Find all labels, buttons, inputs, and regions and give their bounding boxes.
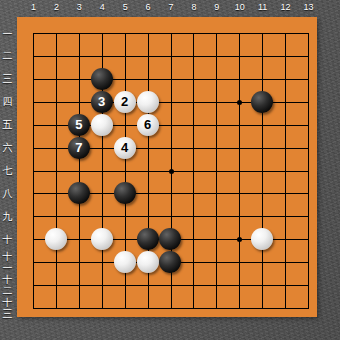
board-point-8-10[interactable] <box>182 228 205 251</box>
board-point-1-3[interactable] <box>22 67 45 90</box>
white-stone[interactable] <box>251 228 273 250</box>
board-point-7-4[interactable] <box>159 90 182 113</box>
row-label: 四 <box>0 96 15 107</box>
board-point-11-1[interactable] <box>251 22 274 45</box>
board-point-7-3[interactable] <box>159 67 182 90</box>
board-point-10-9[interactable] <box>228 205 251 228</box>
board-point-11-2[interactable] <box>251 44 274 67</box>
board-point-10-2[interactable] <box>228 44 251 67</box>
board-point-6-8[interactable] <box>136 182 159 205</box>
move-number: 2 <box>114 91 136 113</box>
white-stone[interactable]: 2 <box>114 91 136 113</box>
board-point-7-13[interactable] <box>159 297 182 320</box>
board-point-1-8[interactable] <box>22 182 45 205</box>
board-point-2-8[interactable] <box>44 182 67 205</box>
board-point-11-9[interactable] <box>251 205 274 228</box>
white-stone[interactable] <box>91 228 113 250</box>
board-point-12-9[interactable] <box>274 205 297 228</box>
board-point-13-6[interactable] <box>297 136 320 159</box>
board-point-2-7[interactable] <box>44 159 67 182</box>
column-label: 10 <box>231 2 249 13</box>
board-point-9-2[interactable] <box>205 44 228 67</box>
board-point-9-1[interactable] <box>205 22 228 45</box>
board-point-9-3[interactable] <box>205 67 228 90</box>
board-point-11-6[interactable] <box>251 136 274 159</box>
black-stone[interactable] <box>91 68 113 90</box>
board-point-13-2[interactable] <box>297 44 320 67</box>
board-point-8-13[interactable] <box>182 297 205 320</box>
row-label: 十一 <box>0 251 15 273</box>
board-point-11-12[interactable] <box>251 274 274 297</box>
board-point-6-10[interactable] <box>136 228 159 251</box>
board-point-13-1[interactable] <box>297 22 320 45</box>
board-point-2-1[interactable] <box>44 22 67 45</box>
board-point-9-6[interactable] <box>205 136 228 159</box>
black-stone[interactable] <box>159 251 181 273</box>
board-point-9-8[interactable] <box>205 182 228 205</box>
board-point-5-5[interactable] <box>113 113 136 136</box>
board-grid: 325674 <box>22 22 320 320</box>
board-point-12-11[interactable] <box>274 251 297 274</box>
board-point-3-1[interactable] <box>67 22 90 45</box>
board-point-13-8[interactable] <box>297 182 320 205</box>
column-label: 13 <box>300 2 318 13</box>
board-point-12-13[interactable] <box>274 297 297 320</box>
board-point-4-4[interactable]: 3 <box>90 90 113 113</box>
board-point-1-1[interactable] <box>22 22 45 45</box>
move-number: 6 <box>137 114 159 136</box>
board-point-6-9[interactable] <box>136 205 159 228</box>
column-label: 12 <box>277 2 295 13</box>
column-label: 4 <box>93 2 111 13</box>
board-point-1-7[interactable] <box>22 159 45 182</box>
board-point-1-9[interactable] <box>22 205 45 228</box>
board-point-6-1[interactable] <box>136 22 159 45</box>
board-point-5-7[interactable] <box>113 159 136 182</box>
row-label: 二 <box>0 50 15 61</box>
board-point-2-3[interactable] <box>44 67 67 90</box>
board-point-3-4[interactable] <box>67 90 90 113</box>
board-point-6-4[interactable] <box>136 90 159 113</box>
board-point-1-10[interactable] <box>22 228 45 251</box>
board-point-7-11[interactable] <box>159 251 182 274</box>
board-point-1-4[interactable] <box>22 90 45 113</box>
board-point-5-13[interactable] <box>113 297 136 320</box>
column-label: 9 <box>208 2 226 13</box>
board-point-13-13[interactable] <box>297 297 320 320</box>
board-point-12-1[interactable] <box>274 22 297 45</box>
board-point-2-10[interactable] <box>44 228 67 251</box>
board-point-8-7[interactable] <box>182 159 205 182</box>
row-label: 十 <box>0 234 15 245</box>
board-point-7-8[interactable] <box>159 182 182 205</box>
board-point-2-4[interactable] <box>44 90 67 113</box>
board-point-2-12[interactable] <box>44 274 67 297</box>
board-point-1-2[interactable] <box>22 44 45 67</box>
board-point-11-3[interactable] <box>251 67 274 90</box>
board-point-9-11[interactable] <box>205 251 228 274</box>
board-point-10-11[interactable] <box>228 251 251 274</box>
row-label: 七 <box>0 165 15 176</box>
column-label: 11 <box>254 2 272 13</box>
black-stone[interactable] <box>68 182 90 204</box>
board-point-5-12[interactable] <box>113 274 136 297</box>
board-point-3-6[interactable]: 7 <box>67 136 90 159</box>
board-point-10-8[interactable] <box>228 182 251 205</box>
board-point-4-12[interactable] <box>90 274 113 297</box>
board-point-9-7[interactable] <box>205 159 228 182</box>
board-point-4-1[interactable] <box>90 22 113 45</box>
white-stone[interactable] <box>45 228 67 250</box>
row-label: 十三 <box>0 297 15 319</box>
board-point-9-5[interactable] <box>205 113 228 136</box>
board-point-1-11[interactable] <box>22 251 45 274</box>
board-point-10-6[interactable] <box>228 136 251 159</box>
board-point-9-10[interactable] <box>205 228 228 251</box>
board-point-7-1[interactable] <box>159 22 182 45</box>
board-point-13-11[interactable] <box>297 251 320 274</box>
row-label: 九 <box>0 211 15 222</box>
board-point-3-11[interactable] <box>67 251 90 274</box>
board-point-10-4[interactable] <box>228 90 251 113</box>
board-point-2-6[interactable] <box>44 136 67 159</box>
board-point-11-8[interactable] <box>251 182 274 205</box>
board-point-12-8[interactable] <box>274 182 297 205</box>
board-point-3-12[interactable] <box>67 274 90 297</box>
row-label: 八 <box>0 188 15 199</box>
board-point-2-5[interactable] <box>44 113 67 136</box>
board-point-8-1[interactable] <box>182 22 205 45</box>
board-point-6-11[interactable] <box>136 251 159 274</box>
board-point-12-2[interactable] <box>274 44 297 67</box>
board-point-13-10[interactable] <box>297 228 320 251</box>
go-board-diagram: 12345678910111213一二三四五六七八九十十一十二十三 325674 <box>0 0 340 340</box>
board-point-7-2[interactable] <box>159 44 182 67</box>
board-point-13-4[interactable] <box>297 90 320 113</box>
black-stone[interactable] <box>251 91 273 113</box>
board-point-11-4[interactable] <box>251 90 274 113</box>
board-point-3-3[interactable] <box>67 67 90 90</box>
board-point-12-12[interactable] <box>274 274 297 297</box>
board-point-11-7[interactable] <box>251 159 274 182</box>
row-label: 一 <box>0 28 15 39</box>
board-point-5-11[interactable] <box>113 251 136 274</box>
board-point-12-4[interactable] <box>274 90 297 113</box>
board-point-12-5[interactable] <box>274 113 297 136</box>
board-point-6-13[interactable] <box>136 297 159 320</box>
board-point-5-2[interactable] <box>113 44 136 67</box>
board-point-13-9[interactable] <box>297 205 320 228</box>
board-point-10-3[interactable] <box>228 67 251 90</box>
board-point-11-5[interactable] <box>251 113 274 136</box>
board-point-7-10[interactable] <box>159 228 182 251</box>
board-point-9-13[interactable] <box>205 297 228 320</box>
board-point-10-1[interactable] <box>228 22 251 45</box>
column-label: 8 <box>185 2 203 13</box>
board-point-2-2[interactable] <box>44 44 67 67</box>
board-point-7-6[interactable] <box>159 136 182 159</box>
row-label: 三 <box>0 73 15 84</box>
board-point-8-11[interactable] <box>182 251 205 274</box>
white-stone[interactable] <box>114 251 136 273</box>
board-point-3-7[interactable] <box>67 159 90 182</box>
board-point-11-10[interactable] <box>251 228 274 251</box>
board-point-4-2[interactable] <box>90 44 113 67</box>
board-point-7-7[interactable] <box>159 159 182 182</box>
board-point-4-5[interactable] <box>90 113 113 136</box>
board-point-4-8[interactable] <box>90 182 113 205</box>
move-number: 4 <box>114 137 136 159</box>
board-point-11-11[interactable] <box>251 251 274 274</box>
board-point-5-6[interactable]: 4 <box>113 136 136 159</box>
black-stone[interactable] <box>137 228 159 250</box>
board-point-10-7[interactable] <box>228 159 251 182</box>
board-point-7-9[interactable] <box>159 205 182 228</box>
board-point-3-5[interactable]: 5 <box>67 113 90 136</box>
board-point-9-9[interactable] <box>205 205 228 228</box>
board-point-6-2[interactable] <box>136 44 159 67</box>
board-point-2-13[interactable] <box>44 297 67 320</box>
board-point-3-2[interactable] <box>67 44 90 67</box>
board-point-5-9[interactable] <box>113 205 136 228</box>
board-point-8-5[interactable] <box>182 113 205 136</box>
board-point-4-9[interactable] <box>90 205 113 228</box>
board-point-6-6[interactable] <box>136 136 159 159</box>
column-label: 6 <box>139 2 157 13</box>
board-point-6-12[interactable] <box>136 274 159 297</box>
board-point-4-11[interactable] <box>90 251 113 274</box>
board-point-8-2[interactable] <box>182 44 205 67</box>
board-point-1-5[interactable] <box>22 113 45 136</box>
board-point-3-8[interactable] <box>67 182 90 205</box>
move-number: 5 <box>68 114 90 136</box>
board-point-10-13[interactable] <box>228 297 251 320</box>
board-point-8-9[interactable] <box>182 205 205 228</box>
black-stone[interactable]: 5 <box>68 114 90 136</box>
white-stone[interactable]: 4 <box>114 137 136 159</box>
board-point-13-12[interactable] <box>297 274 320 297</box>
board-point-3-9[interactable] <box>67 205 90 228</box>
board-point-1-6[interactable] <box>22 136 45 159</box>
column-label: 5 <box>116 2 134 13</box>
board-point-12-3[interactable] <box>274 67 297 90</box>
board-point-13-5[interactable] <box>297 113 320 136</box>
board-point-7-5[interactable] <box>159 113 182 136</box>
board-point-4-13[interactable] <box>90 297 113 320</box>
column-label: 2 <box>47 2 65 13</box>
board-point-13-7[interactable] <box>297 159 320 182</box>
board-point-8-6[interactable] <box>182 136 205 159</box>
black-stone[interactable]: 7 <box>68 137 90 159</box>
black-stone[interactable] <box>114 182 136 204</box>
board-point-12-10[interactable] <box>274 228 297 251</box>
board-point-6-5[interactable]: 6 <box>136 113 159 136</box>
black-stone[interactable] <box>159 228 181 250</box>
column-label: 1 <box>25 2 43 13</box>
board-point-5-8[interactable] <box>113 182 136 205</box>
row-label: 十二 <box>0 274 15 296</box>
board-point-3-13[interactable] <box>67 297 90 320</box>
row-label: 六 <box>0 142 15 153</box>
black-stone[interactable]: 3 <box>91 91 113 113</box>
row-label: 五 <box>0 119 15 130</box>
board-point-8-3[interactable] <box>182 67 205 90</box>
board-point-12-7[interactable] <box>274 159 297 182</box>
column-label: 7 <box>162 2 180 13</box>
board-point-9-4[interactable] <box>205 90 228 113</box>
board-point-1-12[interactable] <box>22 274 45 297</box>
board-point-5-3[interactable] <box>113 67 136 90</box>
board-point-9-12[interactable] <box>205 274 228 297</box>
board-point-12-6[interactable] <box>274 136 297 159</box>
board-point-7-12[interactable] <box>159 274 182 297</box>
board-point-11-13[interactable] <box>251 297 274 320</box>
board-point-10-12[interactable] <box>228 274 251 297</box>
board-point-5-1[interactable] <box>113 22 136 45</box>
board-point-8-4[interactable] <box>182 90 205 113</box>
board-point-8-8[interactable] <box>182 182 205 205</box>
board-point-10-10[interactable] <box>228 228 251 251</box>
board-point-4-7[interactable] <box>90 159 113 182</box>
board-point-5-10[interactable] <box>113 228 136 251</box>
board-point-2-11[interactable] <box>44 251 67 274</box>
white-stone[interactable] <box>137 251 159 273</box>
board-point-6-3[interactable] <box>136 67 159 90</box>
white-stone[interactable]: 6 <box>137 114 159 136</box>
board-point-13-3[interactable] <box>297 67 320 90</box>
board-point-4-10[interactable] <box>90 228 113 251</box>
board-point-5-4[interactable]: 2 <box>113 90 136 113</box>
board-point-1-13[interactable] <box>22 297 45 320</box>
board-point-6-7[interactable] <box>136 159 159 182</box>
board-point-3-10[interactable] <box>67 228 90 251</box>
white-stone[interactable] <box>137 91 159 113</box>
column-label: 3 <box>70 2 88 13</box>
move-number: 7 <box>68 137 90 159</box>
board-point-10-5[interactable] <box>228 113 251 136</box>
board-point-4-6[interactable] <box>90 136 113 159</box>
move-number: 3 <box>91 91 113 113</box>
board-point-4-3[interactable] <box>90 67 113 90</box>
board-point-2-9[interactable] <box>44 205 67 228</box>
board-point-8-12[interactable] <box>182 274 205 297</box>
white-stone[interactable] <box>91 114 113 136</box>
